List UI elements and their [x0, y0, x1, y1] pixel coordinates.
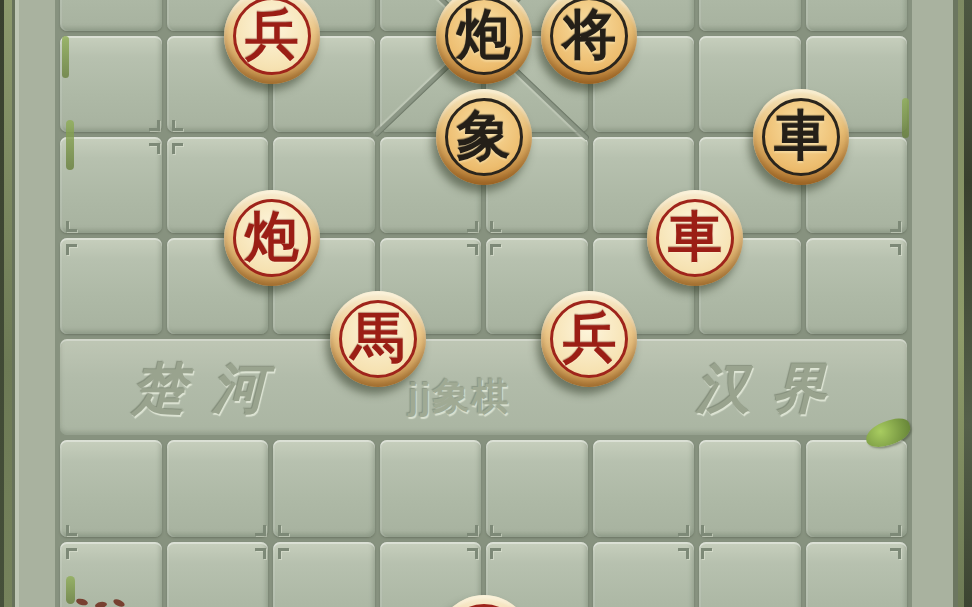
piece-character: 兵	[245, 8, 299, 62]
position-mark	[255, 525, 289, 559]
piece-face: 馬	[339, 300, 417, 378]
piece-character: 兵	[562, 311, 616, 365]
position-mark	[43, 221, 77, 255]
moss-decoration	[902, 98, 909, 138]
piece-character: 象	[457, 109, 511, 163]
piece-face: 象	[445, 98, 523, 176]
moss-decoration	[66, 576, 75, 604]
piece-red-horse[interactable]: 馬	[330, 291, 426, 387]
piece-face: 炮	[445, 0, 523, 75]
piece-black-chariot[interactable]: 車	[753, 89, 849, 185]
right-frame-strip	[964, 0, 972, 607]
piece-character: 車	[774, 109, 828, 163]
piece-face: 兵	[233, 0, 311, 75]
piece-red-chariot[interactable]: 車	[647, 190, 743, 286]
piece-character: 炮	[245, 210, 299, 264]
piece-face: 車	[762, 98, 840, 176]
position-mark	[890, 221, 924, 255]
position-mark	[467, 525, 501, 559]
position-mark	[149, 120, 183, 154]
position-mark	[678, 525, 712, 559]
position-mark	[890, 525, 924, 559]
piece-face: 兵	[550, 300, 628, 378]
piece-character: 将	[562, 8, 616, 62]
right-green-trim	[958, 0, 964, 607]
piece-red-cannon[interactable]: 炮	[224, 190, 320, 286]
piece-face: 車	[656, 199, 734, 277]
xiangqi-board-screenshot: 楚河 jj象棋 汉界 兵炮将象車炮車馬兵	[0, 0, 972, 607]
piece-character: 炮	[457, 8, 511, 62]
right-groove	[953, 0, 958, 607]
piece-black-elephant[interactable]: 象	[436, 89, 532, 185]
left-groove	[12, 0, 15, 607]
piece-character: 馬	[351, 311, 405, 365]
app-watermark-logo: jj象棋	[408, 378, 511, 415]
position-mark	[467, 221, 501, 255]
river-label-chuhe: 楚河	[132, 362, 292, 416]
piece-face: 将	[550, 0, 628, 75]
piece-face: 炮	[233, 199, 311, 277]
position-mark	[43, 525, 77, 559]
piece-character: 車	[668, 210, 722, 264]
moss-decoration	[66, 120, 74, 170]
moss-decoration	[62, 36, 69, 78]
river-label-hanjie: 汉界	[696, 362, 848, 416]
left-green-trim	[4, 0, 12, 607]
